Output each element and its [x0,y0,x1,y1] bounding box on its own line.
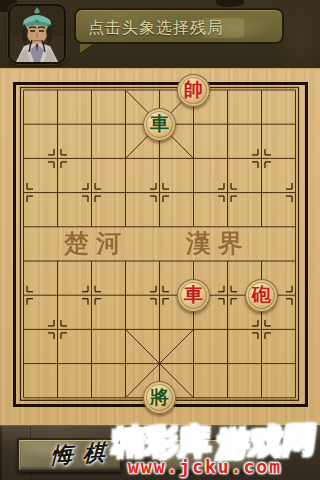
piece-red-general[interactable]: 帥 [177,74,210,107]
player-avatar-button[interactable] [8,4,66,64]
piece-red-chariot[interactable]: 車 [177,279,210,312]
undo-move-button[interactable]: 悔棋 [17,438,122,472]
piece-red-cannon[interactable]: 砲 [245,279,278,312]
speech-bubble-tail [80,44,93,53]
undo-button-label: 悔棋 [24,437,115,473]
top-bar: 点击头象选择残局 [0,0,320,68]
hint-text: 点击头象选择残局 [88,18,224,39]
general-portrait-icon [10,6,64,62]
bottom-bar: 悔棋 [0,425,320,480]
xiangqi-board[interactable]: 楚河 漢界 帥車車砲將 [0,68,320,425]
piece-black-chariot[interactable]: 車 [143,108,176,141]
xiangqi-app-screen: 点击头象选择残局 楚河 漢界 帥車車砲將 悔棋 精彩库游戏网 www.jcku.… [0,0,320,480]
speech-bubble: 点击头象选择残局 [74,8,284,44]
river-label-chu-he: 楚河 [64,229,128,259]
ink-decoration [216,0,244,7]
river-label-han-jie: 漢界 [186,229,250,259]
secondary-stone-button[interactable] [158,438,260,472]
